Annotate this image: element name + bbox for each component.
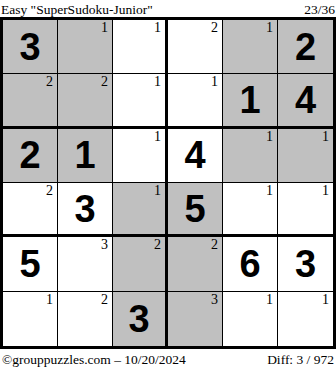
cell-r1c4[interactable]: 2 [168, 20, 223, 74]
cell-r3c2[interactable]: 1 [58, 129, 113, 183]
cell-r1c3[interactable]: 1 [113, 20, 168, 74]
cell-r4c1[interactable]: 2 [3, 183, 58, 237]
pencil-mark: 1 [266, 130, 273, 144]
pencil-mark: 2 [46, 184, 53, 198]
progress-counter: 23/36 [304, 2, 335, 17]
cell-r2c4[interactable]: 1 [168, 74, 223, 128]
cell-r2c5[interactable]: 1 [223, 74, 278, 128]
cell-r4c4[interactable]: 5 [168, 183, 223, 237]
cell-r2c2[interactable]: 2 [58, 74, 113, 128]
cell-r5c2[interactable]: 3 [58, 237, 113, 291]
pencil-mark: 1 [266, 184, 273, 198]
pencil-mark: 1 [211, 75, 218, 89]
copyright-date: ©grouppuzzles.com – 10/20/2024 [2, 352, 186, 367]
header: Easy "SuperSudoku-Junior" 23/36 [0, 0, 336, 17]
pencil-mark: 1 [101, 21, 108, 35]
pencil-mark: 1 [154, 184, 161, 198]
cell-value: 1 [239, 81, 260, 119]
cell-value: 5 [184, 190, 205, 228]
cell-r1c5[interactable]: 1 [223, 20, 278, 74]
cell-value: 4 [295, 81, 316, 119]
cell-r5c3[interactable]: 2 [113, 237, 168, 291]
cell-r6c4[interactable]: 3 [168, 292, 223, 346]
pencil-mark: 2 [211, 21, 218, 35]
pencil-mark: 1 [154, 130, 161, 144]
pencil-mark: 2 [211, 238, 218, 252]
pencil-mark: 1 [322, 293, 329, 307]
cell-r6c3[interactable]: 3 [113, 292, 168, 346]
cell-r6c5[interactable]: 1 [223, 292, 278, 346]
cell-r4c5[interactable]: 1 [223, 183, 278, 237]
pencil-mark: 2 [154, 238, 161, 252]
cell-value: 3 [19, 28, 40, 66]
pencil-mark: 2 [46, 75, 53, 89]
pencil-mark: 1 [154, 21, 161, 35]
cell-value: 3 [295, 245, 316, 283]
pencil-mark: 3 [211, 293, 218, 307]
cell-r1c2[interactable]: 1 [58, 20, 113, 74]
pencil-mark: 1 [154, 75, 161, 89]
cell-r2c6[interactable]: 4 [278, 74, 333, 128]
cell-value: 3 [74, 190, 95, 228]
pencil-mark: 1 [322, 130, 329, 144]
cell-r3c4[interactable]: 4 [168, 129, 223, 183]
cell-value: 6 [239, 245, 260, 283]
cell-value: 5 [19, 245, 40, 283]
cell-r5c1[interactable]: 5 [3, 237, 58, 291]
cell-r5c4[interactable]: 2 [168, 237, 223, 291]
cell-r2c1[interactable]: 2 [3, 74, 58, 128]
pencil-mark: 3 [101, 238, 108, 252]
cell-r3c6[interactable]: 1 [278, 129, 333, 183]
cell-value: 1 [74, 136, 95, 174]
cell-r3c5[interactable]: 1 [223, 129, 278, 183]
cell-r4c3[interactable]: 1 [113, 183, 168, 237]
pencil-mark: 1 [322, 184, 329, 198]
cell-r6c1[interactable]: 1 [3, 292, 58, 346]
pencil-mark: 2 [101, 293, 108, 307]
cell-r5c5[interactable]: 6 [223, 237, 278, 291]
cell-r5c6[interactable]: 3 [278, 237, 333, 291]
pencil-mark: 1 [266, 21, 273, 35]
pencil-mark: 1 [266, 293, 273, 307]
cell-value: 2 [19, 136, 40, 174]
sudoku-board: 311212221114211411231511532263123311 [0, 17, 336, 349]
difficulty-rating: Diff: 3 / 972 [267, 352, 334, 367]
cell-r6c6[interactable]: 1 [278, 292, 333, 346]
cell-r3c1[interactable]: 2 [3, 129, 58, 183]
pencil-mark: 2 [101, 75, 108, 89]
cell-r4c6[interactable]: 1 [278, 183, 333, 237]
pencil-mark: 1 [46, 293, 53, 307]
cell-value: 4 [184, 136, 205, 174]
cell-r1c1[interactable]: 3 [3, 20, 58, 74]
cell-value: 3 [128, 300, 149, 338]
cell-r2c3[interactable]: 1 [113, 74, 168, 128]
cell-r1c6[interactable]: 2 [278, 20, 333, 74]
puzzle-title: Easy "SuperSudoku-Junior" [1, 2, 153, 17]
cell-r3c3[interactable]: 1 [113, 129, 168, 183]
cell-r6c2[interactable]: 2 [58, 292, 113, 346]
footer: ©grouppuzzles.com – 10/20/2024 Diff: 3 /… [0, 352, 336, 370]
cell-r4c2[interactable]: 3 [58, 183, 113, 237]
cell-value: 2 [295, 28, 316, 66]
